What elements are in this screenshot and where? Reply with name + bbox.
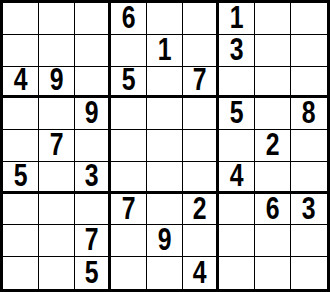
cell-r7c2[interactable] [39,194,75,226]
cell-r7c9[interactable]: 3 [291,194,327,226]
cell-r2c6[interactable] [183,35,219,67]
cell-r2c8[interactable] [255,35,291,67]
cell-r8c1[interactable] [3,225,39,257]
cell-r3c9[interactable] [291,67,327,99]
cell-r1c6[interactable] [183,3,219,35]
cell-r2c9[interactable] [291,35,327,67]
given-digit: 8 [302,98,316,130]
cell-r6c1[interactable]: 5 [3,162,39,194]
cell-r3c8[interactable] [255,67,291,99]
cell-r8c8[interactable] [255,225,291,257]
given-digit: 7 [85,225,99,257]
cell-r9c5[interactable] [147,257,183,289]
cell-r5c7[interactable] [219,130,255,162]
cell-r9c8[interactable] [255,257,291,289]
given-digit: 9 [158,225,172,257]
cell-r6c2[interactable] [39,162,75,194]
cell-r1c2[interactable] [39,3,75,35]
cell-r9c2[interactable] [39,257,75,289]
given-digit: 4 [14,67,28,98]
cell-r1c1[interactable] [3,3,39,35]
cell-r2c4[interactable] [111,35,147,67]
cell-r3c2[interactable]: 9 [39,67,75,99]
cell-r5c2[interactable]: 7 [39,130,75,162]
cell-r1c4[interactable]: 6 [111,3,147,35]
cell-r2c1[interactable] [3,35,39,67]
cell-r7c6[interactable]: 2 [183,194,219,226]
cell-r3c5[interactable] [147,67,183,99]
cell-r8c5[interactable]: 9 [147,225,183,257]
cell-r7c1[interactable] [3,194,39,226]
cell-r4c3[interactable]: 9 [75,98,111,130]
cell-r9c4[interactable] [111,257,147,289]
cell-r5c6[interactable] [183,130,219,162]
cell-r6c6[interactable] [183,162,219,194]
cell-r6c5[interactable] [147,162,183,194]
cell-r8c3[interactable]: 7 [75,225,111,257]
cell-r3c7[interactable] [219,67,255,99]
given-digit: 2 [266,130,280,162]
cell-r3c1[interactable]: 4 [3,67,39,99]
cell-r6c9[interactable] [291,162,327,194]
given-digit: 3 [302,194,316,226]
given-digit: 6 [266,194,280,226]
cell-r8c7[interactable] [219,225,255,257]
given-digit: 9 [85,98,99,130]
cell-r7c5[interactable] [147,194,183,226]
given-digit: 7 [122,194,136,226]
cell-r9c9[interactable] [291,257,327,289]
cell-r9c6[interactable]: 4 [183,257,219,289]
cell-r7c3[interactable] [75,194,111,226]
given-digit: 3 [230,35,244,67]
cell-r1c7[interactable]: 1 [219,3,255,35]
cell-r7c7[interactable] [219,194,255,226]
given-digit: 1 [158,35,172,67]
cell-r3c3[interactable] [75,67,111,99]
given-digit: 9 [50,67,64,98]
cell-r2c2[interactable] [39,35,75,67]
given-digit: 5 [122,67,136,98]
cell-r5c3[interactable] [75,130,111,162]
sudoku-board: 611349579587253472637954 [0,0,330,292]
cell-r9c7[interactable] [219,257,255,289]
given-digit: 3 [85,162,99,193]
cell-r8c4[interactable] [111,225,147,257]
cell-r5c9[interactable] [291,130,327,162]
cell-r1c8[interactable] [255,3,291,35]
given-digit: 4 [193,257,207,289]
cell-r6c4[interactable] [111,162,147,194]
cell-r4c2[interactable] [39,98,75,130]
cell-r6c8[interactable] [255,162,291,194]
cell-r1c9[interactable] [291,3,327,35]
given-digit: 5 [85,257,99,289]
cell-r4c6[interactable] [183,98,219,130]
cell-r6c3[interactable]: 3 [75,162,111,194]
given-digit: 6 [122,3,136,35]
given-digit: 2 [193,194,207,226]
given-digit: 5 [230,98,244,130]
cell-r2c7[interactable]: 3 [219,35,255,67]
given-digit: 4 [230,162,244,193]
cell-r4c5[interactable] [147,98,183,130]
cell-r2c3[interactable] [75,35,111,67]
cell-r8c2[interactable] [39,225,75,257]
given-digit: 7 [50,130,64,162]
cell-r4c1[interactable] [3,98,39,130]
cell-r4c4[interactable] [111,98,147,130]
cell-r5c1[interactable] [3,130,39,162]
given-digit: 1 [230,3,244,35]
cell-r7c8[interactable]: 6 [255,194,291,226]
cell-r1c3[interactable] [75,3,111,35]
cell-r4c8[interactable] [255,98,291,130]
cell-r8c9[interactable] [291,225,327,257]
cell-r3c6[interactable]: 7 [183,67,219,99]
cell-r5c5[interactable] [147,130,183,162]
cell-r4c9[interactable]: 8 [291,98,327,130]
cell-r8c6[interactable] [183,225,219,257]
cell-r9c1[interactable] [3,257,39,289]
cell-r9c3[interactable]: 5 [75,257,111,289]
cell-r6c7[interactable]: 4 [219,162,255,194]
given-digit: 7 [193,67,207,98]
cell-r3c4[interactable]: 5 [111,67,147,99]
cell-r2c5[interactable]: 1 [147,35,183,67]
given-digit: 5 [14,162,28,193]
cell-r4c7[interactable]: 5 [219,98,255,130]
cell-r7c4[interactable]: 7 [111,194,147,226]
cell-r5c8[interactable]: 2 [255,130,291,162]
cell-r1c5[interactable] [147,3,183,35]
cell-r5c4[interactable] [111,130,147,162]
